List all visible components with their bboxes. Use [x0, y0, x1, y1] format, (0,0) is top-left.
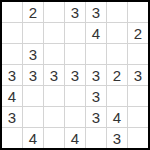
clue-cell-r1c4: 3 — [65, 2, 85, 22]
empty-cell-r5c2[interactable] — [23, 86, 43, 106]
clue-cell-r4c7: 3 — [128, 65, 148, 85]
empty-cell-r7c5[interactable] — [86, 128, 106, 148]
clue-cell-r7c2: 4 — [23, 128, 43, 148]
clue-cell-r7c6: 3 — [107, 128, 127, 148]
empty-cell-r2c4[interactable] — [65, 23, 85, 43]
clue-cell-r4c5: 3 — [86, 65, 106, 85]
empty-cell-r6c4[interactable] — [65, 107, 85, 127]
clue-cell-r2c5: 4 — [86, 23, 106, 43]
clue-cell-r5c5: 3 — [86, 86, 106, 106]
minesweeper-board: 233423333332343334443 — [0, 0, 150, 150]
clue-cell-r2c7: 2 — [128, 23, 148, 43]
clue-cell-r1c5: 3 — [86, 2, 106, 22]
clue-cell-r4c1: 3 — [2, 65, 22, 85]
empty-cell-r1c6[interactable] — [107, 2, 127, 22]
empty-cell-r3c1[interactable] — [2, 44, 22, 64]
empty-cell-r6c2[interactable] — [23, 107, 43, 127]
clue-cell-r4c6: 2 — [107, 65, 127, 85]
empty-cell-r2c2[interactable] — [23, 23, 43, 43]
clue-cell-r3c2: 3 — [23, 44, 43, 64]
clue-cell-r7c4: 4 — [65, 128, 85, 148]
clue-cell-r6c1: 3 — [2, 107, 22, 127]
empty-cell-r6c3[interactable] — [44, 107, 64, 127]
clue-cell-r5c1: 4 — [2, 86, 22, 106]
empty-cell-r3c3[interactable] — [44, 44, 64, 64]
empty-cell-r5c6[interactable] — [107, 86, 127, 106]
empty-cell-r5c7[interactable] — [128, 86, 148, 106]
empty-cell-r3c6[interactable] — [107, 44, 127, 64]
empty-cell-r3c4[interactable] — [65, 44, 85, 64]
empty-cell-r3c5[interactable] — [86, 44, 106, 64]
empty-cell-r6c7[interactable] — [128, 107, 148, 127]
empty-cell-r2c3[interactable] — [44, 23, 64, 43]
empty-cell-r7c3[interactable] — [44, 128, 64, 148]
empty-cell-r2c1[interactable] — [2, 23, 22, 43]
empty-cell-r5c3[interactable] — [44, 86, 64, 106]
empty-cell-r1c7[interactable] — [128, 2, 148, 22]
clue-cell-r6c5: 3 — [86, 107, 106, 127]
empty-cell-r1c3[interactable] — [44, 2, 64, 22]
empty-cell-r1c1[interactable] — [2, 2, 22, 22]
empty-cell-r3c7[interactable] — [128, 44, 148, 64]
clue-cell-r1c2: 2 — [23, 2, 43, 22]
empty-cell-r5c4[interactable] — [65, 86, 85, 106]
clue-cell-r6c6: 4 — [107, 107, 127, 127]
empty-cell-r7c1[interactable] — [2, 128, 22, 148]
clue-cell-r4c4: 3 — [65, 65, 85, 85]
clue-cell-r4c3: 3 — [44, 65, 64, 85]
empty-cell-r2c6[interactable] — [107, 23, 127, 43]
clue-cell-r4c2: 3 — [23, 65, 43, 85]
empty-cell-r7c7[interactable] — [128, 128, 148, 148]
